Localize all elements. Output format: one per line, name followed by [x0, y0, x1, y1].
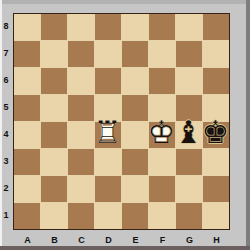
square-a7[interactable]	[14, 41, 40, 67]
square-b5[interactable]	[41, 95, 67, 121]
square-e2[interactable]	[122, 176, 148, 202]
square-a2[interactable]	[14, 176, 40, 202]
file-label-b: B	[41, 234, 68, 246]
rank-label-2: 2	[0, 175, 12, 202]
frame-edge-top	[0, 0, 250, 4]
square-h8[interactable]	[203, 14, 229, 40]
square-a1[interactable]	[14, 203, 40, 229]
square-h1[interactable]	[203, 203, 229, 229]
square-d7[interactable]	[95, 41, 121, 67]
black-bishop[interactable]: ♝	[175, 121, 202, 148]
square-e3[interactable]	[122, 149, 148, 175]
square-g2[interactable]	[176, 176, 202, 202]
square-h3[interactable]	[203, 149, 229, 175]
square-f8[interactable]	[149, 14, 175, 40]
black-king-glyph: ♚	[202, 119, 229, 146]
square-h6[interactable]	[203, 68, 229, 94]
square-g1[interactable]	[176, 203, 202, 229]
file-label-h: H	[203, 234, 230, 246]
frame-edge-right	[246, 0, 250, 250]
rank-label-8: 8	[0, 13, 12, 40]
square-e5[interactable]	[122, 95, 148, 121]
square-g3[interactable]	[176, 149, 202, 175]
square-c3[interactable]	[68, 149, 94, 175]
square-b8[interactable]	[41, 14, 67, 40]
square-f2[interactable]	[149, 176, 175, 202]
square-d1[interactable]	[95, 203, 121, 229]
square-e4[interactable]	[122, 122, 148, 148]
white-rook-outline: ♖	[94, 119, 121, 146]
square-a3[interactable]	[14, 149, 40, 175]
square-f1[interactable]	[149, 203, 175, 229]
square-a4[interactable]	[14, 122, 40, 148]
square-c4[interactable]	[68, 122, 94, 148]
square-e7[interactable]	[122, 41, 148, 67]
rank-label-7: 7	[0, 40, 12, 67]
rank-label-5: 5	[0, 94, 12, 121]
file-label-d: D	[95, 234, 122, 246]
file-label-f: F	[149, 234, 176, 246]
square-b7[interactable]	[41, 41, 67, 67]
square-b1[interactable]	[41, 203, 67, 229]
chess-diagram: { "game": "chess", "position": { "fen": …	[0, 0, 250, 250]
file-label-a: A	[14, 234, 41, 246]
square-b4[interactable]	[41, 122, 67, 148]
square-h2[interactable]	[203, 176, 229, 202]
square-a8[interactable]	[14, 14, 40, 40]
square-c1[interactable]	[68, 203, 94, 229]
white-king[interactable]: ♚♔	[148, 121, 175, 148]
file-label-g: G	[176, 234, 203, 246]
square-f7[interactable]	[149, 41, 175, 67]
square-g6[interactable]	[176, 68, 202, 94]
square-d2[interactable]	[95, 176, 121, 202]
square-a5[interactable]	[14, 95, 40, 121]
square-e1[interactable]	[122, 203, 148, 229]
rank-label-3: 3	[0, 148, 12, 175]
white-rook[interactable]: ♜♖	[94, 121, 121, 148]
frame-edge-bottom	[0, 246, 250, 250]
square-c8[interactable]	[68, 14, 94, 40]
black-king[interactable]: ♚	[202, 121, 229, 148]
square-b2[interactable]	[41, 176, 67, 202]
square-f6[interactable]	[149, 68, 175, 94]
square-e6[interactable]	[122, 68, 148, 94]
square-a6[interactable]	[14, 68, 40, 94]
rank-label-4: 4	[0, 121, 12, 148]
rank-label-1: 1	[0, 202, 12, 229]
square-f3[interactable]	[149, 149, 175, 175]
square-d3[interactable]	[95, 149, 121, 175]
square-c6[interactable]	[68, 68, 94, 94]
rank-label-6: 6	[0, 67, 12, 94]
square-b3[interactable]	[41, 149, 67, 175]
square-g7[interactable]	[176, 41, 202, 67]
square-d8[interactable]	[95, 14, 121, 40]
square-g8[interactable]	[176, 14, 202, 40]
square-d6[interactable]	[95, 68, 121, 94]
file-label-e: E	[122, 234, 149, 246]
square-b6[interactable]	[41, 68, 67, 94]
square-c2[interactable]	[68, 176, 94, 202]
square-c7[interactable]	[68, 41, 94, 67]
square-h7[interactable]	[203, 41, 229, 67]
file-label-c: C	[68, 234, 95, 246]
square-c5[interactable]	[68, 95, 94, 121]
black-bishop-glyph: ♝	[175, 119, 202, 146]
white-king-outline: ♔	[148, 119, 175, 146]
square-e8[interactable]	[122, 14, 148, 40]
